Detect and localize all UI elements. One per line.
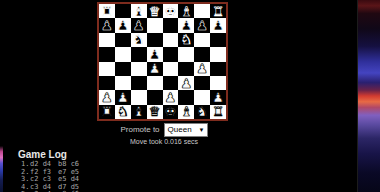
white-king: ♚: [165, 105, 177, 118]
white-pawn: ♟: [117, 91, 129, 104]
move-row: 5.g2 g4g8 f6: [21, 191, 79, 192]
black-knight: ♞: [133, 33, 145, 46]
square-h5[interactable]: [210, 47, 226, 61]
black-bishop: ♝: [133, 5, 145, 18]
square-f8[interactable]: ♝: [178, 4, 194, 18]
promotion-row: Promote to Queen ▼: [97, 123, 231, 136]
black-pawn: ♟: [149, 48, 161, 61]
square-a1[interactable]: ♜: [99, 105, 115, 119]
square-f3[interactable]: ♟: [178, 76, 194, 90]
black-pawn: ♟: [117, 19, 129, 32]
white-bishop: ♝: [180, 105, 192, 118]
black-pawn: ♟: [196, 19, 208, 32]
square-b2[interactable]: ♟: [115, 90, 131, 104]
white-pawn: ♟: [212, 91, 224, 104]
square-g3[interactable]: [194, 76, 210, 90]
square-g4[interactable]: ♟: [194, 62, 210, 76]
square-c3[interactable]: [131, 76, 147, 90]
square-f5[interactable]: [178, 47, 194, 61]
square-g2[interactable]: [194, 90, 210, 104]
square-g1[interactable]: ♞: [194, 105, 210, 119]
white-pawn: ♟: [165, 91, 177, 104]
black-king: ♚: [165, 5, 177, 18]
chevron-down-icon: ▼: [195, 127, 207, 133]
square-d5[interactable]: ♟: [147, 47, 163, 61]
square-b3[interactable]: [115, 76, 131, 90]
square-e8[interactable]: ♚: [163, 4, 179, 18]
square-d6[interactable]: [147, 33, 163, 47]
square-f1[interactable]: ♝: [178, 105, 194, 119]
square-b8[interactable]: [115, 4, 131, 18]
black-pawn: ♟: [101, 19, 113, 32]
black-pawn: ♟: [212, 19, 224, 32]
square-h4[interactable]: [210, 62, 226, 76]
square-a6[interactable]: [99, 33, 115, 47]
square-e4[interactable]: [163, 62, 179, 76]
square-e3[interactable]: [163, 76, 179, 90]
square-h6[interactable]: [210, 33, 226, 47]
page: { "game": "chess", "position": { "fen": …: [0, 0, 380, 192]
square-d2[interactable]: [147, 90, 163, 104]
white-queen: ♛: [149, 105, 161, 118]
white-bishop: ♝: [133, 105, 145, 118]
black-rook: ♜: [212, 5, 224, 18]
move-num: 5.: [21, 191, 30, 192]
square-c1[interactable]: ♝: [131, 105, 147, 119]
square-g8[interactable]: [194, 4, 210, 18]
square-e2[interactable]: ♟: [163, 90, 179, 104]
black-pawn: ♟: [180, 19, 192, 32]
move-white: g2 g4: [30, 191, 52, 192]
white-pawn: ♟: [196, 62, 208, 75]
square-h3[interactable]: [210, 76, 226, 90]
promotion-selected-value: Queen: [165, 125, 195, 134]
square-d3[interactable]: [147, 76, 163, 90]
square-f6[interactable]: ♞: [178, 33, 194, 47]
square-b5[interactable]: [115, 47, 131, 61]
square-e6[interactable]: [163, 33, 179, 47]
black-pawn: ♟: [133, 19, 145, 32]
square-b6[interactable]: [115, 33, 131, 47]
square-h2[interactable]: ♟: [210, 90, 226, 104]
square-e1[interactable]: ♚: [163, 105, 179, 119]
square-c2[interactable]: [131, 90, 147, 104]
desktop-wallpaper-right: [357, 0, 380, 192]
square-c4[interactable]: [131, 62, 147, 76]
square-a5[interactable]: [99, 47, 115, 61]
chess-board: ♜♝♛♚♝♜♟♟♟♟♟♟♞♞♟♟♟♟♟♟♟♟♜♞♝♛♚♝♞♜: [97, 2, 228, 121]
square-f7[interactable]: ♟: [178, 18, 194, 32]
square-h8[interactable]: ♜: [210, 4, 226, 18]
white-rook: ♜: [101, 105, 113, 118]
square-b4[interactable]: [115, 62, 131, 76]
screen: ♜♝♛♚♝♜♟♟♟♟♟♟♞♞♟♟♟♟♟♟♟♟♜♞♝♛♚♝♞♜ Promote t…: [0, 0, 380, 192]
desktop-wallpaper-left: [0, 0, 3, 192]
square-f4[interactable]: [178, 62, 194, 76]
square-d8[interactable]: ♛: [147, 4, 163, 18]
square-b1[interactable]: ♞: [115, 105, 131, 119]
square-g6[interactable]: [194, 33, 210, 47]
square-d1[interactable]: ♛: [147, 105, 163, 119]
black-knight: ♞: [180, 33, 192, 46]
square-g7[interactable]: ♟: [194, 18, 210, 32]
square-f2[interactable]: [178, 90, 194, 104]
square-e7[interactable]: [163, 18, 179, 32]
promote-to-label: Promote to: [120, 125, 159, 134]
square-c7[interactable]: ♟: [131, 18, 147, 32]
square-a8[interactable]: ♜: [99, 4, 115, 18]
square-e5[interactable]: [163, 47, 179, 61]
move-black: g8 f6: [58, 191, 79, 192]
game-log-list: 1.d2 d4b8 c62.f2 f3e7 e53.c2 c3e5 d44.c3…: [21, 161, 79, 192]
square-a2[interactable]: ♟: [99, 90, 115, 104]
square-a3[interactable]: [99, 76, 115, 90]
white-pawn: ♟: [101, 91, 113, 104]
black-bishop: ♝: [180, 5, 192, 18]
square-a7[interactable]: ♟: [99, 18, 115, 32]
square-g5[interactable]: [194, 47, 210, 61]
white-pawn: ♟: [149, 62, 161, 75]
square-b7[interactable]: ♟: [115, 18, 131, 32]
move-time-status: Move took 0.016 secs: [97, 138, 231, 145]
square-d4[interactable]: ♟: [147, 62, 163, 76]
black-rook: ♜: [101, 5, 113, 18]
promotion-select[interactable]: Queen ▼: [164, 123, 208, 137]
square-c5[interactable]: [131, 47, 147, 61]
square-c8[interactable]: ♝: [131, 4, 147, 18]
square-a4[interactable]: [99, 62, 115, 76]
game-log-title: Game Log: [18, 149, 67, 160]
white-rook: ♜: [212, 105, 224, 118]
white-pawn: ♟: [180, 77, 192, 90]
black-queen: ♛: [149, 5, 161, 18]
square-c6[interactable]: ♞: [131, 33, 147, 47]
white-knight: ♞: [196, 105, 208, 118]
white-knight: ♞: [117, 105, 129, 118]
square-h7[interactable]: ♟: [210, 18, 226, 32]
square-h1[interactable]: ♜: [210, 105, 226, 119]
square-d7[interactable]: [147, 18, 163, 32]
